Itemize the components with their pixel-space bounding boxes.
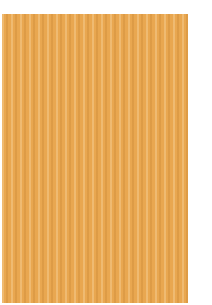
go-diagram <box>0 0 212 305</box>
column-labels <box>0 0 212 13</box>
row-labels <box>193 0 212 305</box>
stone-grid <box>0 21 189 305</box>
crop-border-left <box>0 13 2 305</box>
goban[interactable] <box>2 14 188 303</box>
